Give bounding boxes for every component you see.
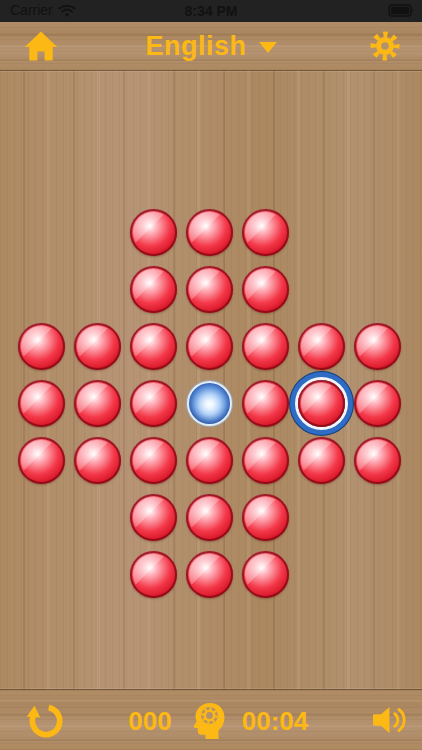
board-hole: [293, 318, 349, 375]
header-bar: English: [0, 22, 422, 70]
peg[interactable]: [74, 323, 121, 370]
board-hole: [237, 261, 293, 318]
board-hole: [13, 318, 69, 375]
move-counter: 000: [118, 706, 182, 737]
peg[interactable]: [130, 266, 177, 313]
board-gap: [349, 204, 405, 261]
board-gap: [293, 546, 349, 603]
board-hole: [237, 432, 293, 489]
board-gap: [349, 489, 405, 546]
peg[interactable]: [18, 380, 65, 427]
game-board-area: [0, 70, 422, 690]
board-hole: [237, 375, 293, 432]
peg[interactable]: [186, 494, 233, 541]
board-gap: [13, 489, 69, 546]
board-gap: [293, 261, 349, 318]
board-hole: [69, 375, 125, 432]
peg[interactable]: [354, 323, 401, 370]
peg[interactable]: [130, 209, 177, 256]
board-hole: [125, 432, 181, 489]
board-hole: [125, 375, 181, 432]
speaker-on-icon: [368, 699, 412, 741]
board-hole: [125, 489, 181, 546]
board-hole: [125, 318, 181, 375]
peg[interactable]: [130, 494, 177, 541]
board-hole: [181, 261, 237, 318]
board-hole: [181, 204, 237, 261]
board-hole: [349, 432, 405, 489]
status-bar: Carrier 8:34 PM: [0, 0, 422, 22]
undo-rotate-left-icon: [24, 699, 66, 741]
board-hole: [181, 318, 237, 375]
board-hole: [349, 375, 405, 432]
peg[interactable]: [242, 494, 289, 541]
peg[interactable]: [298, 323, 345, 370]
app-screen: Carrier 8:34 PM English: [0, 0, 422, 750]
peg[interactable]: [242, 437, 289, 484]
board-gap: [69, 546, 125, 603]
board-hole: [237, 489, 293, 546]
board-hole: [237, 318, 293, 375]
board-hole: [181, 375, 237, 432]
battery-icon: [388, 4, 416, 18]
peg[interactable]: [354, 380, 401, 427]
board-hole: [293, 375, 349, 432]
board-gap: [13, 204, 69, 261]
board-hole: [13, 432, 69, 489]
peg[interactable]: [130, 551, 177, 598]
peg[interactable]: [242, 209, 289, 256]
peg[interactable]: [130, 323, 177, 370]
settings-button[interactable]: [366, 28, 404, 64]
peg[interactable]: [242, 323, 289, 370]
peg[interactable]: [186, 551, 233, 598]
peg[interactable]: [130, 380, 177, 427]
empty-hole[interactable]: [187, 381, 232, 426]
board-hole: [181, 432, 237, 489]
gear-icon: [366, 28, 404, 64]
board-hole: [349, 318, 405, 375]
board-gap: [69, 489, 125, 546]
chevron-down-icon: [259, 42, 277, 53]
board-gap: [13, 546, 69, 603]
board-hole: [69, 318, 125, 375]
sound-button[interactable]: [368, 699, 412, 741]
board-hole: [69, 432, 125, 489]
board-gap: [69, 204, 125, 261]
board-gap: [349, 546, 405, 603]
clock-label: 8:34 PM: [0, 3, 422, 19]
board-gap: [69, 261, 125, 318]
language-dropdown[interactable]: English: [0, 29, 422, 63]
peg[interactable]: [354, 437, 401, 484]
peg[interactable]: [242, 380, 289, 427]
peg[interactable]: [130, 437, 177, 484]
board-hole: [125, 261, 181, 318]
language-label: English: [145, 31, 246, 62]
head-gear-hint-icon: [189, 699, 229, 741]
board-hole: [181, 546, 237, 603]
board-hole: [181, 489, 237, 546]
board-hole: [237, 546, 293, 603]
peg[interactable]: [242, 266, 289, 313]
peg[interactable]: [242, 551, 289, 598]
board-hole: [125, 204, 181, 261]
board-gap: [13, 261, 69, 318]
hint-button[interactable]: [189, 699, 229, 741]
peg[interactable]: [298, 437, 345, 484]
peg[interactable]: [186, 209, 233, 256]
board-hole: [237, 204, 293, 261]
selected-peg[interactable]: [298, 380, 345, 427]
board-hole: [13, 375, 69, 432]
board: [13, 204, 405, 603]
peg[interactable]: [74, 437, 121, 484]
peg[interactable]: [186, 323, 233, 370]
board-gap: [293, 204, 349, 261]
peg[interactable]: [186, 437, 233, 484]
timer-label: 00:04: [236, 706, 314, 737]
board-gap: [293, 489, 349, 546]
undo-button[interactable]: [24, 699, 66, 741]
board-hole: [293, 432, 349, 489]
peg[interactable]: [74, 380, 121, 427]
peg[interactable]: [18, 437, 65, 484]
peg[interactable]: [186, 266, 233, 313]
board-hole: [125, 546, 181, 603]
peg[interactable]: [18, 323, 65, 370]
board-gap: [349, 261, 405, 318]
footer-bar: 000 00:04: [0, 690, 422, 750]
